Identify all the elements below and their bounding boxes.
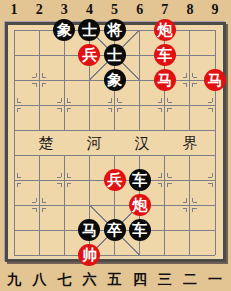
black-chariot[interactable]: 车: [129, 169, 151, 191]
black-advisor[interactable]: 士: [104, 44, 126, 66]
black-elephant[interactable]: 象: [104, 69, 126, 91]
black-chariot[interactable]: 车: [129, 219, 151, 241]
file-label-bottom-5: 五: [107, 272, 123, 288]
bottom-file-labels: 九 八 七 六 五 四 三 二 一: [6, 272, 223, 288]
xiangqi-board: 1 2 3 4 5 6 7 8 9 楚 河 汉 界 象士将炮兵士车象马马兵车炮马…: [0, 0, 231, 291]
red-general[interactable]: 帅: [78, 244, 100, 266]
black-elephant[interactable]: 象: [53, 19, 75, 41]
black-horse[interactable]: 马: [78, 219, 100, 241]
red-horse[interactable]: 马: [154, 69, 176, 91]
red-soldier[interactable]: 兵: [78, 44, 100, 66]
file-label-bottom-9: 九: [6, 272, 22, 288]
red-chariot[interactable]: 车: [154, 44, 176, 66]
file-label-bottom-6: 六: [81, 272, 97, 288]
file-label-bottom-7: 七: [56, 272, 72, 288]
black-soldier[interactable]: 卒: [104, 219, 126, 241]
red-cannon[interactable]: 炮: [129, 194, 151, 216]
red-horse[interactable]: 马: [204, 69, 226, 91]
file-label-bottom-8: 八: [31, 272, 47, 288]
file-label-bottom-4: 四: [132, 272, 148, 288]
file-label-bottom-1: 一: [207, 272, 223, 288]
pieces-layer: 象士将炮兵士车象马马兵车炮马卒车帅: [0, 0, 231, 291]
file-label-bottom-3: 三: [157, 272, 173, 288]
black-advisor[interactable]: 士: [78, 19, 100, 41]
file-label-bottom-2: 二: [182, 272, 198, 288]
red-soldier[interactable]: 兵: [104, 169, 126, 191]
black-general[interactable]: 将: [104, 19, 126, 41]
red-cannon[interactable]: 炮: [154, 19, 176, 41]
